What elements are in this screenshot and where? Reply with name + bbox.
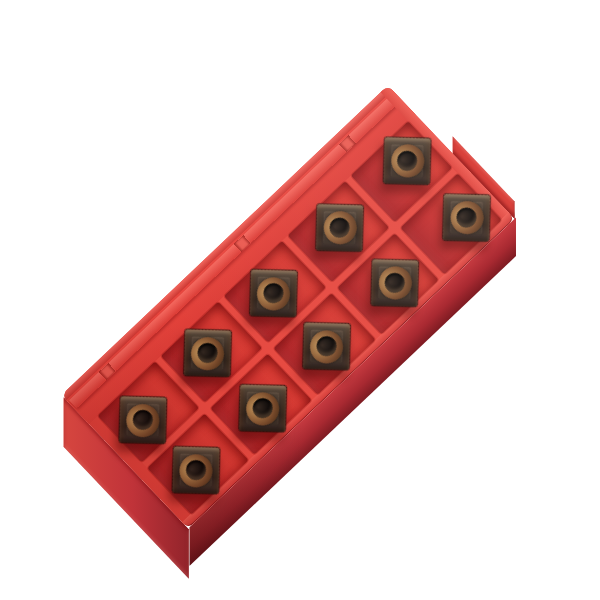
insert-r2c1 (307, 195, 372, 260)
insert-tray (61, 85, 514, 528)
photo-stage (0, 0, 600, 600)
insert-r5c1 (110, 388, 175, 453)
lip-notch (339, 135, 356, 152)
insert-r3c1 (241, 261, 306, 326)
lip-notch (99, 363, 116, 380)
insert-r4c1 (175, 321, 240, 386)
lip-notch (234, 235, 251, 252)
